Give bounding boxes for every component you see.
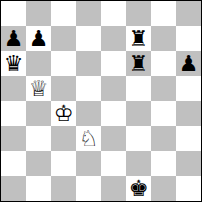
square-d3[interactable]: ♘	[76, 126, 101, 151]
square-d1[interactable]	[76, 176, 101, 201]
square-g3[interactable]	[151, 126, 176, 151]
square-a7[interactable]: ♟	[1, 26, 26, 51]
square-h5[interactable]	[176, 76, 201, 101]
black-pawn-piece: ♟	[4, 26, 24, 51]
chess-board: ♟♟♜♛♜♟♕♔♘♚	[0, 0, 202, 202]
square-b5[interactable]: ♕	[26, 76, 51, 101]
square-f4[interactable]	[126, 101, 151, 126]
square-e6[interactable]	[101, 51, 126, 76]
square-d6[interactable]	[76, 51, 101, 76]
square-e4[interactable]	[101, 101, 126, 126]
white-knight-piece: ♘	[79, 126, 99, 151]
square-c2[interactable]	[51, 151, 76, 176]
white-queen-piece: ♕	[29, 76, 49, 101]
square-c4[interactable]: ♔	[51, 101, 76, 126]
square-a8[interactable]	[1, 1, 26, 26]
square-f2[interactable]	[126, 151, 151, 176]
square-a6[interactable]: ♛	[1, 51, 26, 76]
black-king-piece: ♚	[129, 176, 149, 201]
white-king-piece: ♔	[54, 101, 74, 126]
black-pawn-piece: ♟	[179, 51, 199, 76]
square-h2[interactable]	[176, 151, 201, 176]
square-e1[interactable]	[101, 176, 126, 201]
square-f1[interactable]: ♚	[126, 176, 151, 201]
square-b7[interactable]: ♟	[26, 26, 51, 51]
square-c5[interactable]	[51, 76, 76, 101]
square-a2[interactable]	[1, 151, 26, 176]
black-queen-piece: ♛	[4, 51, 24, 76]
square-g7[interactable]	[151, 26, 176, 51]
black-rook-piece: ♜	[129, 51, 149, 76]
square-h1[interactable]	[176, 176, 201, 201]
square-g8[interactable]	[151, 1, 176, 26]
black-pawn-piece: ♟	[29, 26, 49, 51]
black-rook-piece: ♜	[129, 26, 149, 51]
square-b4[interactable]	[26, 101, 51, 126]
square-a3[interactable]	[1, 126, 26, 151]
chess-diagram: ♟♟♜♛♜♟♕♔♘♚	[0, 0, 202, 202]
square-h8[interactable]	[176, 1, 201, 26]
square-d5[interactable]	[76, 76, 101, 101]
square-f3[interactable]	[126, 126, 151, 151]
square-a1[interactable]	[1, 176, 26, 201]
square-d2[interactable]	[76, 151, 101, 176]
square-g5[interactable]	[151, 76, 176, 101]
square-g1[interactable]	[151, 176, 176, 201]
square-h4[interactable]	[176, 101, 201, 126]
square-f5[interactable]	[126, 76, 151, 101]
square-f6[interactable]: ♜	[126, 51, 151, 76]
square-h7[interactable]	[176, 26, 201, 51]
square-e8[interactable]	[101, 1, 126, 26]
square-c7[interactable]	[51, 26, 76, 51]
square-f8[interactable]	[126, 1, 151, 26]
square-a4[interactable]	[1, 101, 26, 126]
square-b6[interactable]	[26, 51, 51, 76]
square-c1[interactable]	[51, 176, 76, 201]
square-c3[interactable]	[51, 126, 76, 151]
square-e2[interactable]	[101, 151, 126, 176]
square-g2[interactable]	[151, 151, 176, 176]
square-e5[interactable]	[101, 76, 126, 101]
square-d4[interactable]	[76, 101, 101, 126]
square-f7[interactable]: ♜	[126, 26, 151, 51]
square-b2[interactable]	[26, 151, 51, 176]
square-b1[interactable]	[26, 176, 51, 201]
square-d7[interactable]	[76, 26, 101, 51]
square-c6[interactable]	[51, 51, 76, 76]
square-c8[interactable]	[51, 1, 76, 26]
square-h6[interactable]: ♟	[176, 51, 201, 76]
square-b8[interactable]	[26, 1, 51, 26]
square-e3[interactable]	[101, 126, 126, 151]
square-h3[interactable]	[176, 126, 201, 151]
square-g6[interactable]	[151, 51, 176, 76]
square-e7[interactable]	[101, 26, 126, 51]
square-g4[interactable]	[151, 101, 176, 126]
square-d8[interactable]	[76, 1, 101, 26]
square-b3[interactable]	[26, 126, 51, 151]
square-a5[interactable]	[1, 76, 26, 101]
